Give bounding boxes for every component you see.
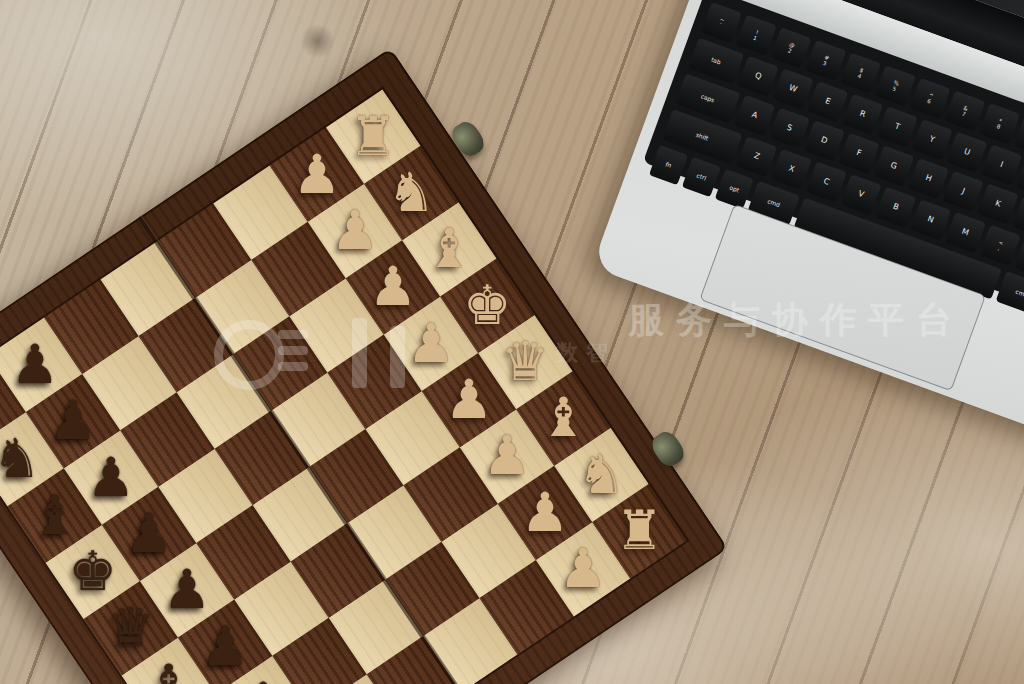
key-Q: Q <box>738 56 779 97</box>
key-$-4: $ 4 <box>840 53 881 94</box>
key-H: H <box>908 158 949 199</box>
key-G: G <box>873 146 914 187</box>
key-F: F <box>838 133 879 174</box>
board-grid: ♜♞♝♛♚♝♞♜♟♟♟♟♟♟♟♟♟♟♟♟♟♟♟♟♜♞♝♛♚♝♞♜ <box>0 89 687 684</box>
key-T: T <box>877 106 918 147</box>
key-C: C <box>806 161 847 202</box>
key-B: B <box>875 187 916 228</box>
key-S: S <box>769 108 810 149</box>
key-X: X <box>771 149 812 190</box>
key-fn: fn <box>649 145 688 185</box>
key-!-1: ! 1 <box>736 15 777 56</box>
key-N: N <box>910 199 951 240</box>
scene: ♜♞♝♛♚♝♞♜♟♟♟♟♟♟♟♟♟♟♟♟♟♟♟♟♜♞♝♛♚♝♞♜ ~ `! 1@… <box>0 0 1024 684</box>
key-%-5: % 5 <box>875 65 916 106</box>
key-R: R <box>842 94 883 135</box>
key-I: I <box>981 144 1022 185</box>
key-*-8: * 8 <box>979 103 1020 144</box>
square-h1: ♜ <box>326 89 420 183</box>
key-cmd: cmd <box>996 271 1024 316</box>
key-M: M <box>945 212 986 253</box>
key-@-2: @ 2 <box>770 27 811 68</box>
key-#-3: # 3 <box>805 40 846 81</box>
black-pawn-h7: ♟ <box>1 331 69 399</box>
key-Z: Z <box>736 136 777 177</box>
key-U: U <box>946 132 987 173</box>
key-^-6: ^ 6 <box>910 78 951 119</box>
key-Y: Y <box>912 119 953 160</box>
key-&-7: & 7 <box>944 91 985 132</box>
key-~-`: ~ ` <box>701 2 742 43</box>
white-rook-h1: ♜ <box>339 103 407 171</box>
key-ctrl: ctrl <box>682 157 721 197</box>
key-A: A <box>734 95 775 136</box>
key-opt: opt <box>715 169 754 209</box>
key-E: E <box>807 81 848 122</box>
key-V: V <box>840 174 881 215</box>
key-J: J <box>943 171 984 212</box>
key-<-,: < , <box>980 225 1021 266</box>
key-D: D <box>804 120 845 161</box>
chess-board: ♜♞♝♛♚♝♞♜♟♟♟♟♟♟♟♟♟♟♟♟♟♟♟♟♜♞♝♛♚♝♞♜ <box>0 48 728 684</box>
key-K: K <box>978 184 1019 225</box>
key-W: W <box>772 69 813 110</box>
